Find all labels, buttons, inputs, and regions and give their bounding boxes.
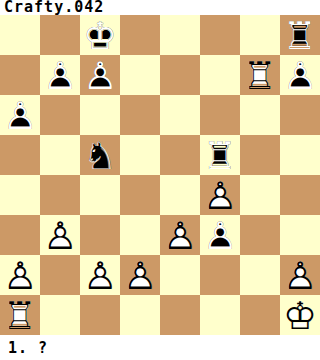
square-c6[interactable] bbox=[80, 95, 120, 135]
square-e1[interactable] bbox=[160, 295, 200, 335]
square-f3[interactable]: ♟♙ bbox=[200, 215, 240, 255]
window-title: Crafty.042 bbox=[0, 0, 104, 15]
square-b1[interactable] bbox=[40, 295, 80, 335]
black-rook-detail: ♖ bbox=[200, 135, 240, 175]
black-pawn-detail: ♙ bbox=[80, 55, 120, 95]
black-pawn: ♟♙ bbox=[200, 215, 240, 255]
black-rook: ♜♖ bbox=[200, 135, 240, 175]
square-c1[interactable] bbox=[80, 295, 120, 335]
square-c5[interactable]: ♞♘ bbox=[80, 135, 120, 175]
square-g1[interactable] bbox=[240, 295, 280, 335]
white-pawn: ♟♙ bbox=[280, 255, 320, 295]
square-b7[interactable]: ♟♙ bbox=[40, 55, 80, 95]
square-g8[interactable] bbox=[240, 15, 280, 55]
square-g7[interactable]: ♜♖ bbox=[240, 55, 280, 95]
white-rook-detail: ♖ bbox=[240, 55, 280, 95]
white-pawn-detail: ♙ bbox=[40, 215, 80, 255]
black-pawn: ♟♙ bbox=[40, 55, 80, 95]
black-pawn-detail: ♙ bbox=[200, 215, 240, 255]
square-e3[interactable]: ♟♙ bbox=[160, 215, 200, 255]
move-prompt: 1. ? bbox=[0, 339, 48, 357]
white-rook: ♜♖ bbox=[0, 295, 40, 335]
white-pawn-detail: ♙ bbox=[80, 255, 120, 295]
square-h4[interactable] bbox=[280, 175, 320, 215]
white-pawn-detail: ♙ bbox=[200, 175, 240, 215]
square-a2[interactable]: ♟♙ bbox=[0, 255, 40, 295]
black-pawn-detail: ♙ bbox=[40, 55, 80, 95]
square-d7[interactable] bbox=[120, 55, 160, 95]
square-g4[interactable] bbox=[240, 175, 280, 215]
square-f8[interactable] bbox=[200, 15, 240, 55]
white-king-detail: ♔ bbox=[280, 295, 320, 335]
white-king: ♚♔ bbox=[280, 295, 320, 335]
white-pawn: ♟♙ bbox=[40, 215, 80, 255]
square-c3[interactable] bbox=[80, 215, 120, 255]
square-e8[interactable] bbox=[160, 15, 200, 55]
square-h3[interactable] bbox=[280, 215, 320, 255]
square-c2[interactable]: ♟♙ bbox=[80, 255, 120, 295]
square-d5[interactable] bbox=[120, 135, 160, 175]
square-d1[interactable] bbox=[120, 295, 160, 335]
white-rook: ♜♖ bbox=[240, 55, 280, 95]
square-g3[interactable] bbox=[240, 215, 280, 255]
square-f6[interactable] bbox=[200, 95, 240, 135]
white-pawn-detail: ♙ bbox=[120, 255, 160, 295]
square-b6[interactable] bbox=[40, 95, 80, 135]
square-e4[interactable] bbox=[160, 175, 200, 215]
white-pawn-detail: ♙ bbox=[160, 215, 200, 255]
square-d8[interactable] bbox=[120, 15, 160, 55]
square-a1[interactable]: ♜♖ bbox=[0, 295, 40, 335]
black-pawn: ♟♙ bbox=[280, 55, 320, 95]
square-b3[interactable]: ♟♙ bbox=[40, 215, 80, 255]
square-b2[interactable] bbox=[40, 255, 80, 295]
white-pawn-detail: ♙ bbox=[280, 255, 320, 295]
square-h8[interactable]: ♜♖ bbox=[280, 15, 320, 55]
square-c7[interactable]: ♟♙ bbox=[80, 55, 120, 95]
square-f1[interactable] bbox=[200, 295, 240, 335]
square-e2[interactable] bbox=[160, 255, 200, 295]
square-h2[interactable]: ♟♙ bbox=[280, 255, 320, 295]
square-f7[interactable] bbox=[200, 55, 240, 95]
square-c4[interactable] bbox=[80, 175, 120, 215]
square-f2[interactable] bbox=[200, 255, 240, 295]
square-f5[interactable]: ♜♖ bbox=[200, 135, 240, 175]
square-d4[interactable] bbox=[120, 175, 160, 215]
square-a7[interactable] bbox=[0, 55, 40, 95]
white-rook-detail: ♖ bbox=[0, 295, 40, 335]
white-pawn: ♟♙ bbox=[120, 255, 160, 295]
black-king: ♚♔ bbox=[80, 15, 120, 55]
square-d3[interactable] bbox=[120, 215, 160, 255]
square-b5[interactable] bbox=[40, 135, 80, 175]
square-a5[interactable] bbox=[0, 135, 40, 175]
square-a4[interactable] bbox=[0, 175, 40, 215]
black-knight: ♞♘ bbox=[80, 135, 120, 175]
black-rook: ♜♖ bbox=[280, 15, 320, 55]
square-g6[interactable] bbox=[240, 95, 280, 135]
square-a3[interactable] bbox=[0, 215, 40, 255]
status-bar: 1. ? bbox=[0, 335, 320, 360]
square-d2[interactable]: ♟♙ bbox=[120, 255, 160, 295]
square-g5[interactable] bbox=[240, 135, 280, 175]
white-pawn: ♟♙ bbox=[160, 215, 200, 255]
black-pawn-detail: ♙ bbox=[280, 55, 320, 95]
black-rook-detail: ♖ bbox=[280, 15, 320, 55]
black-pawn-detail: ♙ bbox=[0, 95, 40, 135]
square-h1[interactable]: ♚♔ bbox=[280, 295, 320, 335]
square-c8[interactable]: ♚♔ bbox=[80, 15, 120, 55]
square-a6[interactable]: ♟♙ bbox=[0, 95, 40, 135]
chess-board: ♚♔♜♖♟♙♟♙♜♖♟♙♟♙♞♘♜♖♟♙♟♙♟♙♟♙♟♙♟♙♟♙♟♙♜♖♚♔ bbox=[0, 15, 320, 335]
white-pawn: ♟♙ bbox=[80, 255, 120, 295]
square-h7[interactable]: ♟♙ bbox=[280, 55, 320, 95]
square-e7[interactable] bbox=[160, 55, 200, 95]
square-b4[interactable] bbox=[40, 175, 80, 215]
square-h6[interactable] bbox=[280, 95, 320, 135]
square-f4[interactable]: ♟♙ bbox=[200, 175, 240, 215]
title-bar: Crafty.042 bbox=[0, 0, 320, 15]
black-king-detail: ♔ bbox=[80, 15, 120, 55]
black-pawn: ♟♙ bbox=[80, 55, 120, 95]
square-e5[interactable] bbox=[160, 135, 200, 175]
square-b8[interactable] bbox=[40, 15, 80, 55]
square-g2[interactable] bbox=[240, 255, 280, 295]
square-e6[interactable] bbox=[160, 95, 200, 135]
square-h5[interactable] bbox=[280, 135, 320, 175]
black-pawn: ♟♙ bbox=[0, 95, 40, 135]
square-a8[interactable] bbox=[0, 15, 40, 55]
square-d6[interactable] bbox=[120, 95, 160, 135]
white-pawn: ♟♙ bbox=[200, 175, 240, 215]
black-knight-detail: ♘ bbox=[80, 135, 120, 175]
white-pawn-detail: ♙ bbox=[0, 255, 40, 295]
white-pawn: ♟♙ bbox=[0, 255, 40, 295]
